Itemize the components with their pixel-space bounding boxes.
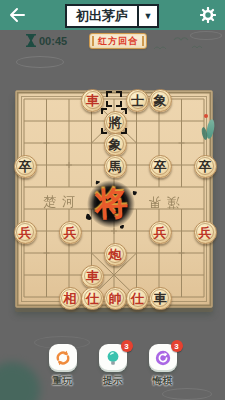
piece-red-advisor-right[interactable]: 仕 bbox=[126, 287, 149, 310]
piece-red-cannon[interactable]: 炮 bbox=[104, 243, 127, 266]
cloud-decoration bbox=[162, 388, 212, 400]
gear-icon[interactable] bbox=[200, 7, 216, 23]
undo-label: 悔棋 bbox=[153, 374, 173, 388]
xiangqi-board[interactable]: 楚河 漢界 車士象將象卒馬卒卒兵兵兵兵炮車相仕帥仕車 将 bbox=[15, 90, 213, 308]
piece-red-pawn-c[interactable]: 兵 bbox=[59, 221, 82, 244]
header-bar: 初出茅庐 ▼ bbox=[0, 0, 225, 30]
level-label: 初出茅庐 bbox=[67, 6, 137, 26]
lightbulb-icon bbox=[104, 349, 122, 367]
berry-decoration bbox=[204, 114, 208, 118]
hint-count-badge: 3 bbox=[121, 340, 133, 352]
piece-black-chariot[interactable]: 車 bbox=[149, 287, 172, 310]
replay-label: 重玩 bbox=[53, 374, 73, 388]
last-move-origin-marker bbox=[106, 91, 122, 107]
river-text-right: 漢界 bbox=[142, 193, 180, 211]
piece-black-pawn-g[interactable]: 卒 bbox=[149, 155, 172, 178]
piece-black-advisor[interactable]: 士 bbox=[126, 89, 149, 112]
leaf-decoration bbox=[201, 113, 217, 149]
replay-button-face[interactable] bbox=[49, 344, 77, 372]
river-text-left: 楚河 bbox=[43, 193, 81, 211]
check-stamp: 将 bbox=[84, 177, 138, 231]
hint-label: 提示 bbox=[103, 374, 123, 388]
undo-count-badge: 3 bbox=[171, 340, 183, 352]
turn-badge: 红方回合 bbox=[89, 33, 147, 49]
piece-red-pawn-a[interactable]: 兵 bbox=[14, 221, 37, 244]
timer-value: 00:45 bbox=[39, 35, 67, 47]
cloud-decoration bbox=[16, 56, 64, 68]
last-move-target-marker bbox=[101, 108, 127, 134]
piece-black-pawn-a[interactable]: 卒 bbox=[14, 155, 37, 178]
birds-decoration bbox=[152, 33, 210, 55]
xiangqi-app: 初出茅庐 ▼ 00:45 红方回合 bbox=[0, 0, 225, 400]
piece-black-elephant-center[interactable]: 象 bbox=[104, 133, 127, 156]
undo-button[interactable]: 3 悔棋 bbox=[149, 344, 177, 388]
replay-button[interactable]: 重玩 bbox=[49, 344, 77, 388]
undo-icon bbox=[154, 349, 172, 367]
piece-red-king[interactable]: 帥 bbox=[104, 287, 127, 310]
piece-black-horse[interactable]: 馬 bbox=[104, 155, 127, 178]
footer-toolbar: 重玩 3 提示 3 悔棋 bbox=[0, 344, 225, 388]
piece-red-chariot-bottom[interactable]: 車 bbox=[81, 265, 104, 288]
piece-black-pawn-i[interactable]: 卒 bbox=[194, 155, 217, 178]
move-timer: 00:45 bbox=[26, 34, 67, 47]
piece-red-pawn-g[interactable]: 兵 bbox=[149, 221, 172, 244]
piece-red-elephant[interactable]: 相 bbox=[59, 287, 82, 310]
replay-icon bbox=[54, 349, 72, 367]
back-arrow-icon[interactable] bbox=[8, 7, 26, 23]
check-stamp-character: 将 bbox=[93, 181, 128, 228]
piece-red-advisor-left[interactable]: 仕 bbox=[81, 287, 104, 310]
hint-button[interactable]: 3 提示 bbox=[99, 344, 127, 388]
piece-red-pawn-i[interactable]: 兵 bbox=[194, 221, 217, 244]
level-dropdown[interactable]: 初出茅庐 ▼ bbox=[65, 4, 159, 28]
piece-black-elephant-right[interactable]: 象 bbox=[149, 89, 172, 112]
hourglass-icon bbox=[26, 34, 36, 47]
chevron-down-icon[interactable]: ▼ bbox=[137, 6, 157, 26]
